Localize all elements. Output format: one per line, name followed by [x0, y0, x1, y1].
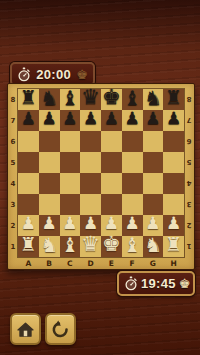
white-timer-badge: 19:45 ♚ [117, 271, 195, 296]
stopwatch-icon [124, 276, 138, 291]
square-h3[interactable] [163, 194, 184, 215]
rank-label-5: 5 [8, 152, 18, 173]
restart-button[interactable] [45, 313, 76, 345]
piece-white-knight[interactable]: ♞ [40, 235, 58, 255]
black-timer-value: 20:00 [34, 67, 73, 82]
rank-label-4: 4 [184, 173, 194, 194]
square-g8[interactable]: ♞ [143, 89, 164, 110]
piece-black-pawn[interactable]: ♟ [145, 110, 160, 127]
square-c8[interactable]: ♝ [60, 89, 81, 110]
file-label-h: H [163, 257, 184, 269]
stopwatch-icon [17, 67, 31, 82]
piece-white-pawn[interactable]: ♟ [42, 215, 57, 232]
chess-game-screen: 20:00 ♚ 87654321 87654321 ABCDEFGH ♜♞♝♛♚… [0, 0, 200, 355]
square-e6[interactable] [101, 131, 122, 152]
restart-icon [51, 320, 70, 339]
square-h5[interactable] [163, 152, 184, 173]
board-grid: ♜♞♝♛♚♝♞♜♟♟♟♟♟♟♟♟♟♟♟♟♟♟♟♟♜♞♝♛♚♝♞♜ [18, 89, 184, 257]
rank-label-7: 7 [184, 110, 194, 131]
square-a6[interactable] [18, 131, 39, 152]
piece-white-pawn[interactable]: ♟ [21, 215, 36, 232]
rank-label-2: 2 [8, 215, 18, 236]
piece-white-pawn[interactable]: ♟ [83, 215, 98, 232]
piece-white-pawn[interactable]: ♟ [104, 215, 119, 232]
file-label-a: A [18, 257, 39, 269]
square-f6[interactable] [122, 131, 143, 152]
square-f4[interactable] [122, 173, 143, 194]
square-f7[interactable]: ♟ [122, 110, 143, 131]
square-b8[interactable]: ♞ [39, 89, 60, 110]
square-c5[interactable] [60, 152, 81, 173]
rank-label-1: 1 [184, 236, 194, 257]
square-a4[interactable] [18, 173, 39, 194]
piece-white-pawn[interactable]: ♟ [62, 215, 77, 232]
rank-label-8: 8 [8, 89, 18, 110]
black-king-icon: ♚ [76, 68, 88, 81]
square-h1[interactable]: ♜ [163, 236, 184, 257]
piece-black-knight[interactable]: ♞ [40, 88, 58, 108]
square-g3[interactable] [143, 194, 164, 215]
square-f1[interactable]: ♝ [122, 236, 143, 257]
file-label-c: C [60, 257, 81, 269]
rank-label-6: 6 [184, 131, 194, 152]
square-b1[interactable]: ♞ [39, 236, 60, 257]
square-b5[interactable] [39, 152, 60, 173]
piece-black-bishop[interactable]: ♝ [123, 88, 141, 108]
piece-white-knight[interactable]: ♞ [144, 235, 162, 255]
square-h7[interactable]: ♟ [163, 110, 184, 131]
square-e8[interactable]: ♚ [101, 89, 122, 110]
square-g7[interactable]: ♟ [143, 110, 164, 131]
piece-white-pawn[interactable]: ♟ [145, 215, 160, 232]
square-e4[interactable] [101, 173, 122, 194]
piece-black-rook[interactable]: ♜ [165, 88, 182, 107]
piece-white-rook[interactable]: ♜ [20, 235, 37, 254]
square-a1[interactable]: ♜ [18, 236, 39, 257]
square-g4[interactable] [143, 173, 164, 194]
piece-white-bishop[interactable]: ♝ [61, 235, 79, 255]
piece-black-rook[interactable]: ♜ [20, 88, 37, 107]
white-timer-value: 19:45 [141, 276, 176, 291]
square-c3[interactable] [60, 194, 81, 215]
square-f5[interactable] [122, 152, 143, 173]
piece-black-pawn[interactable]: ♟ [125, 110, 140, 127]
piece-black-pawn[interactable]: ♟ [62, 110, 77, 127]
rank-label-4: 4 [8, 173, 18, 194]
rank-label-3: 3 [8, 194, 18, 215]
rank-label-8: 8 [184, 89, 194, 110]
home-button[interactable] [10, 313, 41, 345]
home-icon [16, 320, 35, 339]
piece-black-pawn[interactable]: ♟ [104, 110, 119, 127]
rank-labels-left: 87654321 [8, 89, 18, 257]
file-label-d: D [80, 257, 101, 269]
piece-white-rook[interactable]: ♜ [165, 235, 182, 254]
piece-black-pawn[interactable]: ♟ [83, 110, 98, 127]
file-label-e: E [101, 257, 122, 269]
square-e7[interactable]: ♟ [101, 110, 122, 131]
square-a7[interactable]: ♟ [18, 110, 39, 131]
rank-label-7: 7 [8, 110, 18, 131]
square-a8[interactable]: ♜ [18, 89, 39, 110]
square-b4[interactable] [39, 173, 60, 194]
square-d1[interactable]: ♛ [80, 236, 101, 257]
square-e1[interactable]: ♚ [101, 236, 122, 257]
piece-white-bishop[interactable]: ♝ [123, 235, 141, 255]
rank-label-6: 6 [8, 131, 18, 152]
rank-labels-right: 87654321 [184, 89, 194, 257]
square-a5[interactable] [18, 152, 39, 173]
square-h6[interactable] [163, 131, 184, 152]
square-e3[interactable] [101, 194, 122, 215]
piece-black-queen[interactable]: ♛ [81, 87, 100, 108]
square-c7[interactable]: ♟ [60, 110, 81, 131]
square-d7[interactable]: ♟ [80, 110, 101, 131]
square-d8[interactable]: ♛ [80, 89, 101, 110]
rank-label-2: 2 [184, 215, 194, 236]
piece-black-pawn[interactable]: ♟ [21, 110, 36, 127]
piece-black-pawn[interactable]: ♟ [42, 110, 57, 127]
piece-white-king[interactable]: ♚ [102, 234, 121, 255]
square-e5[interactable] [101, 152, 122, 173]
file-label-b: B [39, 257, 60, 269]
piece-black-king[interactable]: ♚ [102, 87, 121, 108]
square-d5[interactable] [80, 152, 101, 173]
piece-white-queen[interactable]: ♛ [81, 234, 100, 255]
square-h8[interactable]: ♜ [163, 89, 184, 110]
square-g5[interactable] [143, 152, 164, 173]
white-king-icon: ♚ [179, 277, 191, 290]
square-b7[interactable]: ♟ [39, 110, 60, 131]
square-f3[interactable] [122, 194, 143, 215]
square-d6[interactable] [80, 131, 101, 152]
piece-white-pawn[interactable]: ♟ [166, 215, 181, 232]
square-c4[interactable] [60, 173, 81, 194]
rank-label-5: 5 [184, 152, 194, 173]
piece-black-bishop[interactable]: ♝ [61, 88, 79, 108]
file-label-g: G [143, 257, 164, 269]
square-b6[interactable] [39, 131, 60, 152]
square-g1[interactable]: ♞ [143, 236, 164, 257]
piece-black-pawn[interactable]: ♟ [166, 110, 181, 127]
file-labels: ABCDEFGH [18, 257, 184, 269]
square-g6[interactable] [143, 131, 164, 152]
square-a3[interactable] [18, 194, 39, 215]
rank-label-1: 1 [8, 236, 18, 257]
square-h4[interactable] [163, 173, 184, 194]
rank-label-3: 3 [184, 194, 194, 215]
square-b3[interactable] [39, 194, 60, 215]
piece-black-knight[interactable]: ♞ [144, 88, 162, 108]
piece-white-pawn[interactable]: ♟ [125, 215, 140, 232]
chess-board: 87654321 87654321 ABCDEFGH ♜♞♝♛♚♝♞♜♟♟♟♟♟… [7, 83, 195, 270]
square-d4[interactable] [80, 173, 101, 194]
square-c6[interactable] [60, 131, 81, 152]
square-d3[interactable] [80, 194, 101, 215]
square-f8[interactable]: ♝ [122, 89, 143, 110]
file-label-f: F [122, 257, 143, 269]
square-c1[interactable]: ♝ [60, 236, 81, 257]
